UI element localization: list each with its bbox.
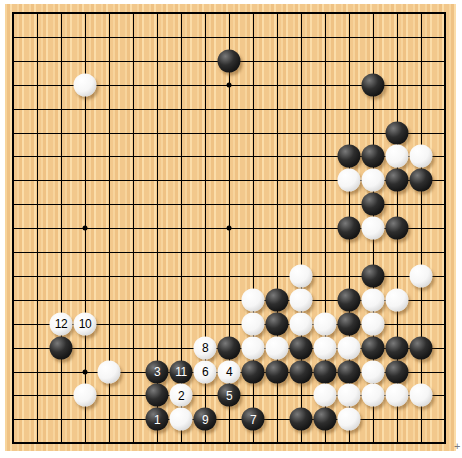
stone-black	[362, 193, 385, 216]
stone-white	[170, 408, 193, 431]
stone-white	[338, 408, 361, 431]
stone-white-move-8: 8	[194, 336, 217, 359]
grid-line-horizontal	[12, 252, 446, 253]
stone-white	[362, 360, 385, 383]
stone-black	[338, 312, 361, 335]
stone-black	[386, 360, 409, 383]
stone-black	[386, 336, 409, 359]
stone-black	[242, 360, 265, 383]
stone-black	[362, 73, 385, 96]
stone-white-move-6: 6	[194, 360, 217, 383]
stone-black	[266, 312, 289, 335]
stone-black	[290, 360, 313, 383]
stone-black-move-9: 9	[194, 408, 217, 431]
stone-white	[386, 145, 409, 168]
star-point	[83, 369, 88, 374]
stone-white	[98, 360, 121, 383]
stone-black	[290, 408, 313, 431]
stone-black	[410, 169, 433, 192]
stone-white	[410, 145, 433, 168]
go-board: 121083116425197	[5, 4, 456, 451]
stone-white	[338, 384, 361, 407]
stone-black	[338, 360, 361, 383]
stone-white	[266, 336, 289, 359]
diagram-frame: 121083116425197 +	[0, 0, 462, 458]
stone-white	[386, 384, 409, 407]
stone-black	[50, 336, 73, 359]
stone-white	[242, 288, 265, 311]
stone-white	[338, 169, 361, 192]
stone-white-move-2: 2	[170, 384, 193, 407]
stone-black-move-7: 7	[242, 408, 265, 431]
stone-white	[362, 288, 385, 311]
stone-black	[314, 360, 337, 383]
stone-black	[386, 217, 409, 240]
corner-mark: +	[454, 440, 460, 452]
stone-white	[290, 288, 313, 311]
stone-black	[218, 49, 241, 72]
stone-white	[410, 384, 433, 407]
star-point	[227, 82, 232, 87]
stone-black	[410, 336, 433, 359]
stone-white	[338, 336, 361, 359]
stone-black	[266, 288, 289, 311]
stone-white	[362, 312, 385, 335]
stone-white	[314, 384, 337, 407]
stone-black-move-11: 11	[170, 360, 193, 383]
grid-line-horizontal	[12, 442, 446, 444]
star-point	[227, 226, 232, 231]
stone-black	[386, 121, 409, 144]
stone-black	[266, 360, 289, 383]
stone-white-move-4: 4	[218, 360, 241, 383]
stone-black-move-5: 5	[218, 384, 241, 407]
stone-black	[218, 336, 241, 359]
stone-black-move-3: 3	[146, 360, 169, 383]
stone-white	[362, 217, 385, 240]
stone-white	[242, 336, 265, 359]
stone-black	[338, 145, 361, 168]
stone-white	[290, 312, 313, 335]
stone-white	[290, 264, 313, 287]
stone-white	[74, 73, 97, 96]
stone-black	[314, 408, 337, 431]
grid-line-vertical	[444, 12, 446, 444]
stone-white	[410, 264, 433, 287]
stone-black	[338, 217, 361, 240]
stone-white	[362, 169, 385, 192]
stone-white	[362, 384, 385, 407]
grid-line-horizontal	[12, 419, 446, 420]
stone-black	[290, 336, 313, 359]
stone-white	[74, 384, 97, 407]
stone-white	[314, 312, 337, 335]
stone-white-move-12: 12	[50, 312, 73, 335]
stone-black-move-1: 1	[146, 408, 169, 431]
stone-black	[338, 288, 361, 311]
stone-white	[386, 288, 409, 311]
stone-black	[362, 145, 385, 168]
grid-line-vertical	[421, 12, 422, 444]
star-point	[83, 226, 88, 231]
stone-white	[242, 312, 265, 335]
stone-black	[386, 169, 409, 192]
stone-black	[146, 384, 169, 407]
stone-black	[362, 336, 385, 359]
stone-white	[314, 336, 337, 359]
stone-white-move-10: 10	[74, 312, 97, 335]
stone-black	[362, 264, 385, 287]
